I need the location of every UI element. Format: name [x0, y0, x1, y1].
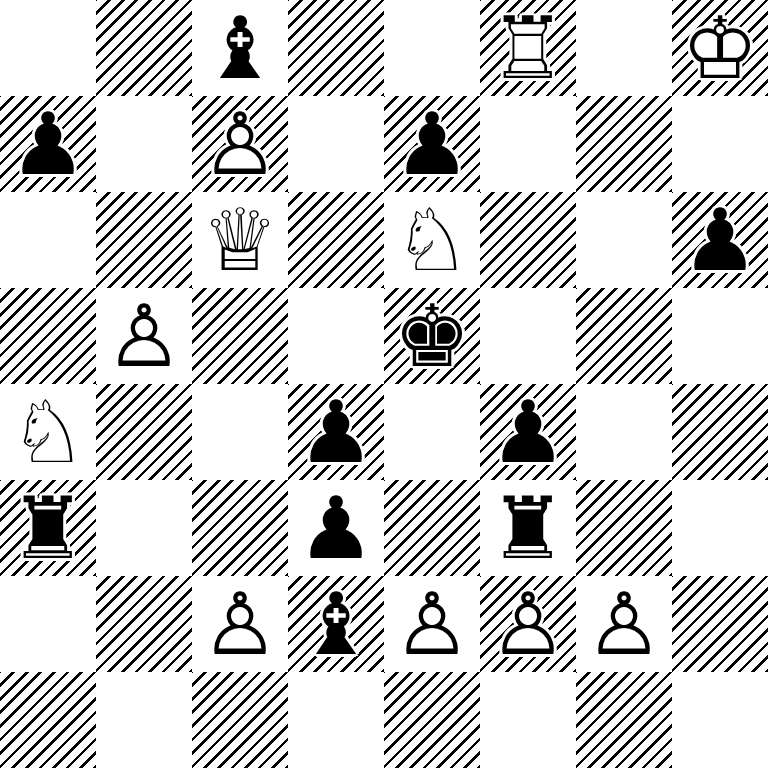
black-king-icon: ♚: [384, 288, 480, 384]
white-knight-icon: ♘: [384, 192, 480, 288]
square-e7[interactable]: ♟♟: [384, 96, 480, 192]
square-a1[interactable]: [0, 672, 96, 768]
white-rook-icon: ♖: [480, 0, 576, 96]
square-h2[interactable]: [672, 576, 768, 672]
square-d5[interactable]: [288, 288, 384, 384]
white-pawn-icon: ♙: [192, 96, 288, 192]
square-c1[interactable]: [192, 672, 288, 768]
square-d4[interactable]: ♟♟: [288, 384, 384, 480]
square-f6[interactable]: [480, 192, 576, 288]
square-e8[interactable]: [384, 0, 480, 96]
square-f3[interactable]: ♜♜: [480, 480, 576, 576]
black-pawn-icon: ♟: [0, 96, 96, 192]
white-king-icon: ♔: [672, 0, 768, 96]
white-pawn-icon: ♙: [576, 576, 672, 672]
square-d6[interactable]: [288, 192, 384, 288]
white-pawn-icon: ♙: [192, 576, 288, 672]
square-d2[interactable]: ♝♝: [288, 576, 384, 672]
square-f2[interactable]: ♟♙: [480, 576, 576, 672]
square-e3[interactable]: [384, 480, 480, 576]
square-e5[interactable]: ♚♚: [384, 288, 480, 384]
square-g5[interactable]: [576, 288, 672, 384]
square-a2[interactable]: [0, 576, 96, 672]
square-d8[interactable]: [288, 0, 384, 96]
black-bishop-icon: ♝: [288, 576, 384, 672]
chess-board: ♝♝♜♖♚♔♟♟♟♙♟♟♛♕♞♘♟♟♟♙♚♚♞♘♟♟♟♟♜♜♟♟♜♜♟♙♝♝♟♙…: [0, 0, 768, 768]
black-bishop-icon: ♝: [192, 0, 288, 96]
square-a6[interactable]: [0, 192, 96, 288]
white-pawn-icon: ♙: [96, 288, 192, 384]
white-knight-icon: ♘: [0, 384, 96, 480]
black-rook-icon: ♜: [0, 480, 96, 576]
black-pawn-icon: ♟: [288, 480, 384, 576]
square-g2[interactable]: ♟♙: [576, 576, 672, 672]
square-c7[interactable]: ♟♙: [192, 96, 288, 192]
square-g7[interactable]: [576, 96, 672, 192]
square-d3[interactable]: ♟♟: [288, 480, 384, 576]
square-a8[interactable]: [0, 0, 96, 96]
square-d1[interactable]: [288, 672, 384, 768]
square-g4[interactable]: [576, 384, 672, 480]
square-a4[interactable]: ♞♘: [0, 384, 96, 480]
square-c2[interactable]: ♟♙: [192, 576, 288, 672]
white-queen-icon: ♕: [192, 192, 288, 288]
square-h3[interactable]: [672, 480, 768, 576]
square-b3[interactable]: [96, 480, 192, 576]
square-c8[interactable]: ♝♝: [192, 0, 288, 96]
square-b5[interactable]: ♟♙: [96, 288, 192, 384]
black-rook-icon: ♜: [480, 480, 576, 576]
white-pawn-icon: ♙: [480, 576, 576, 672]
square-h8[interactable]: ♚♔: [672, 0, 768, 96]
square-b2[interactable]: [96, 576, 192, 672]
square-g1[interactable]: [576, 672, 672, 768]
square-a7[interactable]: ♟♟: [0, 96, 96, 192]
black-pawn-icon: ♟: [384, 96, 480, 192]
square-c6[interactable]: ♛♕: [192, 192, 288, 288]
square-f7[interactable]: [480, 96, 576, 192]
square-h1[interactable]: [672, 672, 768, 768]
square-h4[interactable]: [672, 384, 768, 480]
square-h7[interactable]: [672, 96, 768, 192]
black-pawn-icon: ♟: [480, 384, 576, 480]
black-pawn-icon: ♟: [288, 384, 384, 480]
square-b7[interactable]: [96, 96, 192, 192]
square-f4[interactable]: ♟♟: [480, 384, 576, 480]
square-f5[interactable]: [480, 288, 576, 384]
square-a5[interactable]: [0, 288, 96, 384]
square-a3[interactable]: ♜♜: [0, 480, 96, 576]
square-g8[interactable]: [576, 0, 672, 96]
black-pawn-icon: ♟: [672, 192, 768, 288]
square-b4[interactable]: [96, 384, 192, 480]
square-b8[interactable]: [96, 0, 192, 96]
square-e6[interactable]: ♞♘: [384, 192, 480, 288]
square-e1[interactable]: [384, 672, 480, 768]
square-h5[interactable]: [672, 288, 768, 384]
square-d7[interactable]: [288, 96, 384, 192]
square-c5[interactable]: [192, 288, 288, 384]
square-c3[interactable]: [192, 480, 288, 576]
square-c4[interactable]: [192, 384, 288, 480]
square-f1[interactable]: [480, 672, 576, 768]
square-g6[interactable]: [576, 192, 672, 288]
square-e2[interactable]: ♟♙: [384, 576, 480, 672]
square-e4[interactable]: [384, 384, 480, 480]
square-f8[interactable]: ♜♖: [480, 0, 576, 96]
square-b6[interactable]: [96, 192, 192, 288]
square-b1[interactable]: [96, 672, 192, 768]
square-h6[interactable]: ♟♟: [672, 192, 768, 288]
white-pawn-icon: ♙: [384, 576, 480, 672]
square-g3[interactable]: [576, 480, 672, 576]
